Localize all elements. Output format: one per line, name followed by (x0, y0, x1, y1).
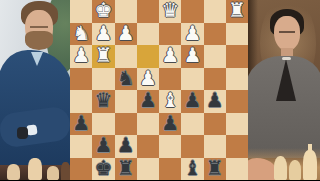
square-d6[interactable]: ♟ (159, 113, 181, 136)
black-pawn-b5: ♟ (206, 90, 224, 110)
square-a5[interactable] (226, 90, 248, 113)
white-knight-h2: ♞ (72, 23, 90, 43)
square-h7[interactable] (70, 135, 92, 158)
right-player-collar (282, 57, 291, 60)
white-bishop-d5: ♝ (161, 90, 179, 110)
square-e3[interactable] (137, 45, 159, 68)
white-rook-g3: ♜ (94, 45, 112, 65)
black-rook-f8: ♜ (117, 158, 135, 178)
square-a7[interactable] (226, 135, 248, 158)
right-player-eyes (279, 31, 295, 33)
square-c7[interactable] (181, 135, 203, 158)
white-rook-a1: ♜ (228, 0, 246, 20)
square-f5[interactable] (115, 90, 137, 113)
blurred-king-cross (308, 144, 312, 151)
black-pawn-f7: ♟ (117, 135, 135, 155)
square-c1[interactable] (181, 0, 203, 23)
square-b5[interactable]: ♟ (204, 90, 226, 113)
black-pawn-h6: ♟ (72, 113, 90, 133)
square-e4[interactable]: ♟ (137, 68, 159, 91)
square-c3[interactable]: ♟ (181, 45, 203, 68)
square-d5[interactable]: ♝ (159, 90, 181, 113)
square-b8[interactable]: ♜ (204, 158, 226, 181)
square-h8[interactable] (70, 158, 92, 181)
square-e8[interactable] (137, 158, 159, 181)
white-pawn-h3: ♟ (72, 45, 90, 65)
black-pawn-e5: ♟ (139, 90, 157, 110)
white-pawn-d3: ♟ (161, 45, 179, 65)
blurred-chess-piece (61, 162, 70, 180)
square-h4[interactable] (70, 68, 92, 91)
black-rook-b8: ♜ (206, 158, 224, 178)
white-pawn-f2: ♟ (117, 23, 135, 43)
left-player-cuff (26, 124, 37, 135)
square-c4[interactable] (181, 68, 203, 91)
square-g4[interactable] (92, 68, 114, 91)
square-a4[interactable] (226, 68, 248, 91)
square-g5[interactable]: ♛ (92, 90, 114, 113)
square-f8[interactable]: ♜ (115, 158, 137, 181)
square-f6[interactable] (115, 113, 137, 136)
right-player-photo (248, 0, 320, 180)
square-b6[interactable] (204, 113, 226, 136)
blurred-chess-piece (303, 150, 317, 180)
white-pawn-c3: ♟ (183, 45, 201, 65)
square-d4[interactable] (159, 68, 181, 91)
square-g1[interactable]: ♚ (92, 0, 114, 23)
black-bishop-c8: ♝ (183, 158, 201, 178)
square-c6[interactable] (181, 113, 203, 136)
black-pawn-c5: ♟ (183, 90, 201, 110)
chess-board: ♚♛♜♞♟♟♟♟♜♟♟♞♟♛♟♝♟♟♟♟♟♟♚♜♝♜ (70, 0, 248, 180)
square-e1[interactable] (137, 0, 159, 23)
video-frame: ♚♛♜♞♟♟♟♟♜♟♟♞♟♛♟♝♟♟♟♟♟♟♚♜♝♜ (0, 0, 320, 180)
blurred-chess-piece (28, 158, 42, 180)
square-d7[interactable] (159, 135, 181, 158)
black-knight-f4: ♞ (117, 68, 135, 88)
square-h5[interactable] (70, 90, 92, 113)
blurred-chess-piece (7, 164, 20, 180)
white-king-g1: ♚ (94, 0, 112, 20)
square-c5[interactable]: ♟ (181, 90, 203, 113)
left-player-watch (17, 127, 28, 139)
square-e5[interactable]: ♟ (137, 90, 159, 113)
square-a3[interactable] (226, 45, 248, 68)
white-queen-d1: ♛ (161, 0, 179, 20)
left-player-eyes (30, 26, 48, 28)
square-g3[interactable]: ♜ (92, 45, 114, 68)
right-player-face (274, 16, 300, 51)
blurred-chess-piece (289, 160, 301, 180)
square-g2[interactable]: ♟ (92, 23, 114, 46)
square-a2[interactable] (226, 23, 248, 46)
square-c8[interactable]: ♝ (181, 158, 203, 181)
square-a6[interactable] (226, 113, 248, 136)
black-king-g8: ♚ (94, 158, 112, 178)
black-queen-g5: ♛ (94, 90, 112, 110)
square-d3[interactable]: ♟ (159, 45, 181, 68)
square-f7[interactable]: ♟ (115, 135, 137, 158)
square-h3[interactable]: ♟ (70, 45, 92, 68)
square-c2[interactable]: ♟ (181, 23, 203, 46)
left-player-photo (0, 0, 70, 180)
square-f3[interactable] (115, 45, 137, 68)
square-d1[interactable]: ♛ (159, 0, 181, 23)
square-g8[interactable]: ♚ (92, 158, 114, 181)
white-pawn-c2: ♟ (183, 23, 201, 43)
square-b1[interactable] (204, 0, 226, 23)
blurred-chess-piece (274, 156, 287, 180)
square-b2[interactable] (204, 23, 226, 46)
black-pawn-g7: ♟ (94, 135, 112, 155)
blurred-chess-piece (47, 166, 59, 180)
square-h2[interactable]: ♞ (70, 23, 92, 46)
black-pawn-d6: ♟ (161, 113, 179, 133)
square-f1[interactable] (115, 0, 137, 23)
square-g7[interactable]: ♟ (92, 135, 114, 158)
square-b3[interactable] (204, 45, 226, 68)
white-pawn-g2: ♟ (94, 23, 112, 43)
white-pawn-e4: ♟ (139, 68, 157, 88)
square-f2[interactable]: ♟ (115, 23, 137, 46)
square-f4[interactable]: ♞ (115, 68, 137, 91)
square-d2[interactable] (159, 23, 181, 46)
square-b7[interactable] (204, 135, 226, 158)
square-b4[interactable] (204, 68, 226, 91)
square-a1[interactable]: ♜ (226, 0, 248, 23)
square-d8[interactable] (159, 158, 181, 181)
left-player-beard (25, 31, 53, 50)
square-h6[interactable]: ♟ (70, 113, 92, 136)
square-g6[interactable] (92, 113, 114, 136)
square-h1[interactable] (70, 0, 92, 23)
square-a8[interactable] (226, 158, 248, 181)
square-e7[interactable] (137, 135, 159, 158)
square-e2[interactable] (137, 23, 159, 46)
square-e6[interactable] (137, 113, 159, 136)
